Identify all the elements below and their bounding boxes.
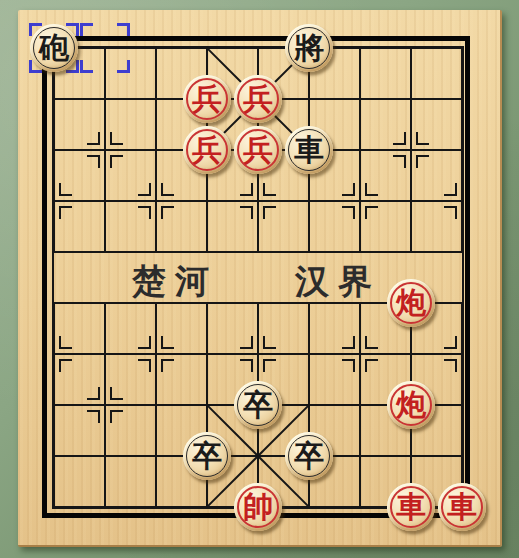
position-marker-corner xyxy=(59,206,72,219)
position-marker-corner xyxy=(263,336,276,349)
position-marker-corner xyxy=(138,206,151,219)
position-marker-corner xyxy=(444,206,457,219)
position-marker-corner xyxy=(342,183,355,196)
xiangqi-game-screen: 楚河 汉界 砲將兵兵兵兵車炮炮卒卒卒帥車車 xyxy=(0,0,519,558)
position-marker xyxy=(393,132,429,168)
position-marker-corner xyxy=(161,336,174,349)
piece-red-cannon[interactable]: 炮 xyxy=(387,381,435,429)
move-marker-corner xyxy=(80,23,93,36)
position-marker-corner xyxy=(444,359,457,372)
position-marker-corner xyxy=(87,155,100,168)
position-marker-corner xyxy=(393,155,406,168)
board-cell xyxy=(360,48,411,99)
board-cell xyxy=(54,456,105,507)
position-marker xyxy=(444,336,480,372)
position-marker-corner xyxy=(87,410,100,423)
piece-black-soldier[interactable]: 卒 xyxy=(234,381,282,429)
position-marker-corner xyxy=(161,206,174,219)
position-marker-corner xyxy=(87,132,100,145)
position-marker-corner xyxy=(240,183,253,196)
position-marker-corner xyxy=(59,183,72,196)
position-marker xyxy=(444,183,480,219)
piece-black-cannon[interactable]: 砲 xyxy=(30,24,78,72)
piece-black-soldier[interactable]: 卒 xyxy=(285,432,333,480)
position-marker xyxy=(240,183,276,219)
position-marker xyxy=(342,336,378,372)
move-marker-corner xyxy=(117,60,130,73)
position-marker-corner xyxy=(263,183,276,196)
position-marker-corner xyxy=(138,183,151,196)
position-marker-corner xyxy=(263,206,276,219)
position-marker-corner xyxy=(416,155,429,168)
piece-red-chariot[interactable]: 車 xyxy=(438,483,486,531)
position-marker-corner xyxy=(342,336,355,349)
piece-red-cannon[interactable]: 炮 xyxy=(387,279,435,327)
position-marker-corner xyxy=(444,336,457,349)
position-marker-corner xyxy=(263,359,276,372)
piece-red-soldier[interactable]: 兵 xyxy=(183,75,231,123)
piece-red-general[interactable]: 帥 xyxy=(234,483,282,531)
position-marker xyxy=(240,336,276,372)
position-marker-corner xyxy=(161,359,174,372)
position-marker-corner xyxy=(365,336,378,349)
river-label-right: 汉界 xyxy=(295,259,381,305)
position-marker-corner xyxy=(393,132,406,145)
board-cell xyxy=(105,456,156,507)
position-marker-corner xyxy=(87,387,100,400)
position-marker-corner xyxy=(240,336,253,349)
position-marker-corner xyxy=(138,336,151,349)
position-marker-corner xyxy=(59,336,72,349)
piece-black-chariot[interactable]: 車 xyxy=(285,126,333,174)
position-marker-corner xyxy=(59,359,72,372)
move-marker-corner xyxy=(117,23,130,36)
position-marker-corner xyxy=(342,206,355,219)
position-marker xyxy=(138,183,174,219)
board-cell xyxy=(411,48,462,99)
position-marker-corner xyxy=(161,183,174,196)
piece-red-chariot[interactable]: 車 xyxy=(387,483,435,531)
piece-red-soldier[interactable]: 兵 xyxy=(234,75,282,123)
position-marker-corner xyxy=(416,132,429,145)
position-marker-corner xyxy=(365,206,378,219)
position-marker-corner xyxy=(110,155,123,168)
position-marker xyxy=(87,387,123,423)
position-marker-corner xyxy=(240,359,253,372)
piece-black-general[interactable]: 將 xyxy=(285,24,333,72)
position-marker xyxy=(36,336,72,372)
move-marker-corner xyxy=(80,60,93,73)
position-marker-corner xyxy=(138,359,151,372)
position-marker xyxy=(36,183,72,219)
piece-red-soldier[interactable]: 兵 xyxy=(234,126,282,174)
position-marker xyxy=(138,336,174,372)
position-marker-corner xyxy=(365,359,378,372)
position-marker-corner xyxy=(444,183,457,196)
position-marker-corner xyxy=(110,410,123,423)
position-marker-corner xyxy=(342,359,355,372)
position-marker-corner xyxy=(240,206,253,219)
position-marker xyxy=(342,183,378,219)
river-label-left: 楚河 xyxy=(132,259,218,305)
piece-black-soldier[interactable]: 卒 xyxy=(183,432,231,480)
position-marker xyxy=(87,132,123,168)
river-cell xyxy=(54,252,105,303)
last-move-from-marker xyxy=(80,23,130,73)
position-marker-corner xyxy=(110,387,123,400)
position-marker-corner xyxy=(110,132,123,145)
position-marker-corner xyxy=(365,183,378,196)
piece-red-soldier[interactable]: 兵 xyxy=(183,126,231,174)
